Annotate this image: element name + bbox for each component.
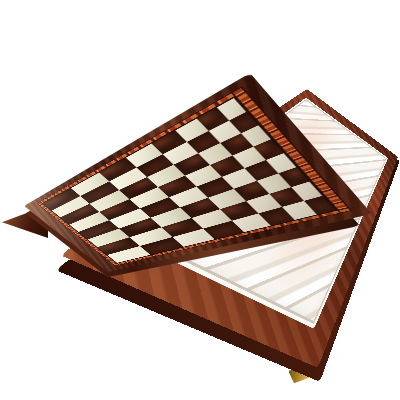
product-photo-scene bbox=[0, 0, 400, 400]
